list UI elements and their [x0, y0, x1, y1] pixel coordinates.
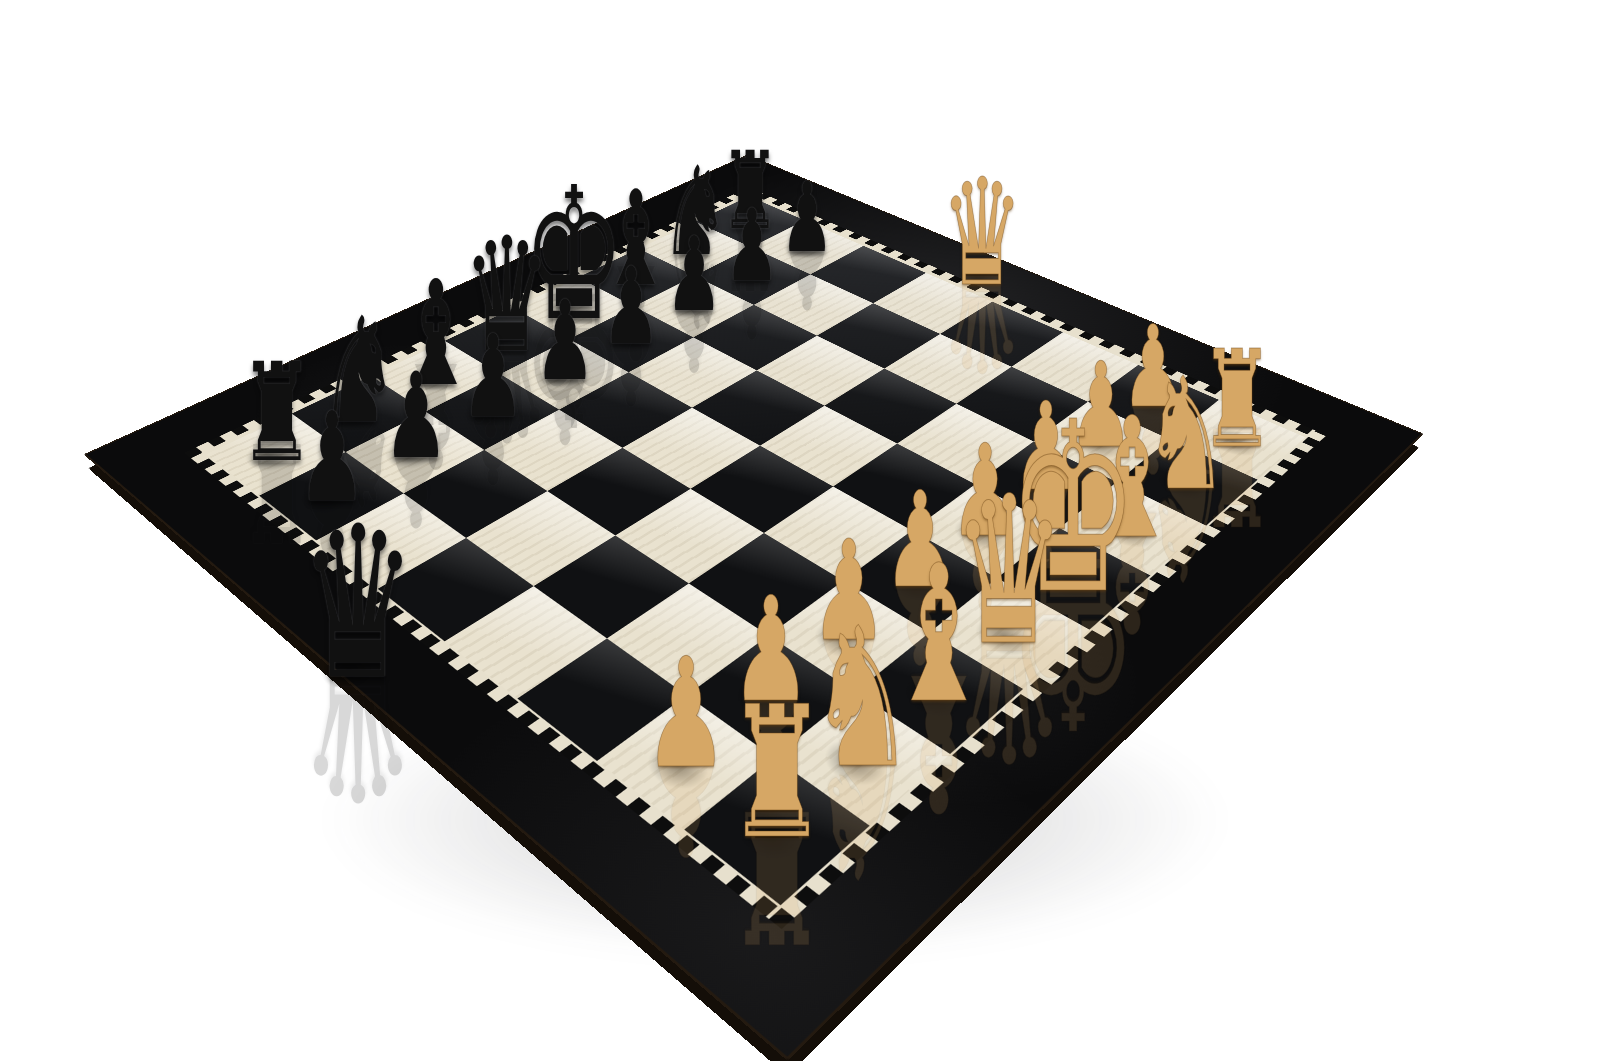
contact-shadow — [513, 352, 604, 402]
contact-shadow — [707, 205, 785, 241]
contact-shadow — [650, 231, 730, 270]
contact-shadow — [1184, 414, 1283, 471]
contact-shadow — [1075, 498, 1182, 565]
contact-shadow — [439, 387, 533, 441]
contact-shadow — [927, 501, 1034, 568]
contact-shadow — [873, 654, 994, 741]
contact-shadow — [1013, 546, 1124, 619]
contact-shadow — [305, 389, 399, 443]
contact-shadow — [646, 287, 731, 331]
contact-shadow — [360, 426, 457, 484]
contact-shadow — [526, 288, 611, 332]
contact-shadow — [458, 320, 546, 367]
contact-shadow — [703, 783, 836, 889]
contact-shadow — [706, 257, 789, 298]
product-photo: ♜♜♞♞♝♝♛♛♚♚♝♝♞♞♜♜♟♟♟♟♟♟♟♟♟♟♟♟♟♟♟♟♟♟♟♟♟♟♟♟… — [0, 0, 1600, 1061]
contact-shadow — [792, 715, 919, 810]
contact-shadow — [946, 597, 1062, 676]
contact-shadow — [990, 457, 1093, 519]
contact-shadow — [936, 259, 1020, 300]
contact-shadow — [582, 318, 670, 365]
contact-shadow — [785, 600, 901, 680]
contact-shadow — [763, 230, 843, 269]
contact-shadow — [1048, 416, 1147, 473]
contact-shadow — [274, 468, 375, 531]
contact-shadow — [1102, 378, 1198, 431]
contact-shadow — [615, 719, 741, 815]
contact-shadow — [384, 353, 475, 403]
contact-shadow — [590, 259, 673, 300]
contact-shadow — [1131, 455, 1234, 517]
contact-shadow — [704, 657, 825, 744]
contact-shadow — [221, 428, 318, 487]
contact-shadow — [859, 548, 970, 621]
